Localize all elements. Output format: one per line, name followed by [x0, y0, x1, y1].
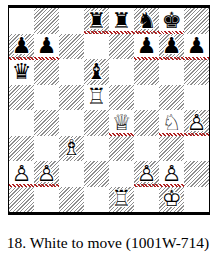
black-pawn-icon: ♟♟: [34, 34, 59, 60]
square-e2[interactable]: [109, 161, 134, 187]
square-d1[interactable]: [84, 187, 109, 213]
diagram-page: ♜♜♜♜♞♞♚♚♟♟♟♟♟♟♟♟♟♟♛♛♝♝♜♖♛♕♞♘♟♙♝♗♟♙♟♙♟♙♟♙…: [0, 0, 216, 260]
square-d3[interactable]: [84, 136, 109, 162]
square-b4[interactable]: [34, 110, 59, 136]
diagram-caption: 18. White to move (1001W-714): [0, 234, 216, 252]
square-g5[interactable]: [159, 85, 184, 111]
square-a6[interactable]: ♛♛: [9, 59, 34, 85]
square-c6[interactable]: [59, 59, 84, 85]
square-e8[interactable]: ♜♜: [109, 8, 134, 34]
spellcheck-squiggle: [84, 31, 184, 34]
square-a8[interactable]: [9, 8, 34, 34]
white-pawn-icon: ♟♙: [134, 161, 159, 187]
square-b8[interactable]: [34, 8, 59, 34]
square-a1[interactable]: [9, 187, 34, 213]
square-e6[interactable]: [109, 59, 134, 85]
black-queen-icon: ♛♛: [9, 59, 34, 85]
square-g8[interactable]: ♚♚: [159, 8, 184, 34]
square-c8[interactable]: [59, 8, 84, 34]
square-b6[interactable]: [34, 59, 59, 85]
square-b7[interactable]: ♟♟: [34, 34, 59, 60]
square-f7[interactable]: ♟♟: [134, 34, 159, 60]
black-pawn-icon: ♟♟: [159, 34, 184, 60]
square-d6[interactable]: ♝♝: [84, 59, 109, 85]
black-knight-icon: ♞♞: [134, 8, 159, 34]
square-b5[interactable]: [34, 85, 59, 111]
white-rook-icon: ♜♖: [109, 187, 134, 213]
square-c5[interactable]: [59, 85, 84, 111]
square-f4[interactable]: [134, 110, 159, 136]
square-h1[interactable]: [184, 187, 209, 213]
white-bishop-icon: ♝♗: [59, 136, 84, 162]
square-g2[interactable]: ♟♙: [159, 161, 184, 187]
square-d8[interactable]: ♜♜: [84, 8, 109, 34]
square-h3[interactable]: [184, 136, 209, 162]
white-rook-icon: ♜♖: [84, 85, 109, 111]
square-e3[interactable]: [109, 136, 134, 162]
chess-board: ♜♜♜♜♞♞♚♚♟♟♟♟♟♟♟♟♟♟♛♛♝♝♜♖♛♕♞♘♟♙♝♗♟♙♟♙♟♙♟♙…: [8, 5, 210, 215]
square-c2[interactable]: [59, 161, 84, 187]
spellcheck-squiggle: [159, 133, 209, 136]
square-b3[interactable]: [34, 136, 59, 162]
white-knight-icon: ♞♘: [159, 110, 184, 136]
spellcheck-squiggle: [134, 57, 209, 60]
square-f3[interactable]: [134, 136, 159, 162]
square-e4[interactable]: ♛♕: [109, 110, 134, 136]
white-king-icon: ♚♔: [159, 187, 184, 213]
square-g1[interactable]: ♚♔: [159, 187, 184, 213]
black-pawn-icon: ♟♟: [134, 34, 159, 60]
white-pawn-icon: ♟♙: [34, 161, 59, 187]
white-pawn-icon: ♟♙: [9, 161, 34, 187]
square-b2[interactable]: ♟♙: [34, 161, 59, 187]
square-f1[interactable]: [134, 187, 159, 213]
spellcheck-squiggle: [9, 184, 59, 187]
white-queen-icon: ♛♕: [109, 110, 134, 136]
square-c1[interactable]: [59, 187, 84, 213]
square-g4[interactable]: ♞♘: [159, 110, 184, 136]
square-d2[interactable]: [84, 161, 109, 187]
square-h7[interactable]: ♟♟: [184, 34, 209, 60]
square-a3[interactable]: [9, 136, 34, 162]
square-d5[interactable]: ♜♖: [84, 85, 109, 111]
square-h6[interactable]: [184, 59, 209, 85]
square-c3[interactable]: ♝♗: [59, 136, 84, 162]
square-a7[interactable]: ♟♟: [9, 34, 34, 60]
square-f2[interactable]: ♟♙: [134, 161, 159, 187]
square-e7[interactable]: [109, 34, 134, 60]
square-h2[interactable]: [184, 161, 209, 187]
black-pawn-icon: ♟♟: [9, 34, 34, 60]
spellcheck-squiggle: [134, 184, 184, 187]
square-a5[interactable]: [9, 85, 34, 111]
spellcheck-squiggle: [109, 133, 134, 136]
black-king-icon: ♚♚: [159, 8, 184, 34]
square-h5[interactable]: [184, 85, 209, 111]
square-g6[interactable]: [159, 59, 184, 85]
square-g3[interactable]: [159, 136, 184, 162]
black-bishop-icon: ♝♝: [84, 59, 109, 85]
square-f5[interactable]: [134, 85, 159, 111]
square-a2[interactable]: ♟♙: [9, 161, 34, 187]
square-d7[interactable]: [84, 34, 109, 60]
square-e5[interactable]: [109, 85, 134, 111]
square-e1[interactable]: ♜♖: [109, 187, 134, 213]
square-b1[interactable]: [34, 187, 59, 213]
square-f6[interactable]: [134, 59, 159, 85]
black-rook-icon: ♜♜: [84, 8, 109, 34]
black-pawn-icon: ♟♟: [184, 34, 209, 60]
white-pawn-icon: ♟♙: [184, 110, 209, 136]
square-h4[interactable]: ♟♙: [184, 110, 209, 136]
square-a4[interactable]: [9, 110, 34, 136]
square-f8[interactable]: ♞♞: [134, 8, 159, 34]
spellcheck-squiggle: [9, 57, 59, 60]
square-h8[interactable]: [184, 8, 209, 34]
square-c4[interactable]: [59, 110, 84, 136]
square-c7[interactable]: [59, 34, 84, 60]
square-d4[interactable]: [84, 110, 109, 136]
square-g7[interactable]: ♟♟: [159, 34, 184, 60]
black-rook-icon: ♜♜: [109, 8, 134, 34]
white-pawn-icon: ♟♙: [159, 161, 184, 187]
